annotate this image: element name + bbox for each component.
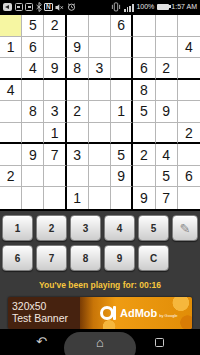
key-2[interactable]: 2 bbox=[36, 215, 67, 241]
widget-icon bbox=[25, 3, 33, 11]
vibrate-icon bbox=[111, 2, 121, 12]
sudoku-cell-r2c3[interactable] bbox=[44, 37, 66, 59]
sudoku-cell-r1c6[interactable]: 6 bbox=[111, 15, 133, 37]
sudoku-cell-r8c4[interactable] bbox=[67, 166, 89, 188]
sudoku-cell-r5c2[interactable]: 8 bbox=[22, 101, 44, 123]
sudoku-cell-r5c5[interactable] bbox=[89, 101, 111, 123]
sudoku-cell-r9c8[interactable]: 7 bbox=[156, 187, 178, 209]
sudoku-cell-r1c1[interactable] bbox=[0, 15, 22, 37]
sudoku-cell-r2c7[interactable] bbox=[133, 37, 155, 59]
key-1[interactable]: 1 bbox=[2, 215, 33, 241]
sudoku-cell-r6c6[interactable] bbox=[111, 123, 133, 145]
keypad-row-2: 6789C bbox=[0, 241, 200, 271]
sudoku-cell-r2c8[interactable] bbox=[156, 37, 178, 59]
sudoku-cell-r6c3[interactable]: 1 bbox=[44, 123, 66, 145]
sudoku-cell-r2c4[interactable]: 9 bbox=[67, 37, 89, 59]
sudoku-cell-r4c1[interactable]: 4 bbox=[0, 80, 22, 102]
nav-home-button[interactable]: ⌂ bbox=[64, 332, 136, 355]
sudoku-cell-r8c9[interactable]: 6 bbox=[178, 166, 200, 188]
phone-screen: N 100% 1:57 AM 5261694498362488321591297… bbox=[0, 0, 200, 355]
battery-icon bbox=[157, 4, 169, 11]
sudoku-cell-r7c7[interactable]: 2 bbox=[133, 144, 155, 166]
status-bar-right: 100% 1:57 AM bbox=[111, 0, 197, 14]
sudoku-cell-r3c9[interactable] bbox=[178, 58, 200, 80]
admob-by-google-text: by Google bbox=[159, 313, 177, 318]
sudoku-cell-r3c4[interactable]: 8 bbox=[67, 58, 89, 80]
sudoku-cell-r3c8[interactable]: 2 bbox=[156, 58, 178, 80]
sudoku-cell-r4c6[interactable] bbox=[111, 80, 133, 102]
sudoku-cell-r6c8[interactable] bbox=[156, 123, 178, 145]
control-panel: 12345✎ 6789C You've been playing for: 00… bbox=[0, 211, 200, 329]
key-C[interactable]: C bbox=[138, 245, 169, 271]
sudoku-cell-r7c2[interactable]: 9 bbox=[22, 144, 44, 166]
sudoku-cell-r4c2[interactable] bbox=[22, 80, 44, 102]
sudoku-cell-r7c3[interactable]: 7 bbox=[44, 144, 66, 166]
sudoku-cell-r6c4[interactable] bbox=[67, 123, 89, 145]
sudoku-cell-r4c5[interactable] bbox=[89, 80, 111, 102]
bluetooth-icon bbox=[36, 2, 42, 12]
sudoku-cell-r7c6[interactable]: 5 bbox=[111, 144, 133, 166]
sudoku-cell-r8c3[interactable] bbox=[44, 166, 66, 188]
sudoku-cell-r2c2[interactable]: 6 bbox=[22, 37, 44, 59]
key-6[interactable]: 6 bbox=[2, 245, 33, 271]
status-bar-left: N bbox=[3, 2, 76, 12]
sudoku-cell-r8c8[interactable]: 5 bbox=[156, 166, 178, 188]
sudoku-cell-r5c6[interactable]: 1 bbox=[111, 101, 133, 123]
key-7[interactable]: 7 bbox=[36, 245, 67, 271]
nav-back-button[interactable]: ↶ bbox=[36, 329, 47, 355]
key-4[interactable]: 4 bbox=[104, 215, 135, 241]
sudoku-cell-r3c7[interactable]: 6 bbox=[133, 58, 155, 80]
clock-text: 1:57 AM bbox=[171, 0, 197, 14]
ad-test-banner-label: 320x50 Test Banner bbox=[8, 297, 80, 329]
admob-brand-text: AdMob bbox=[120, 307, 157, 319]
back-notification-icon bbox=[3, 3, 12, 11]
sudoku-cell-r7c1[interactable] bbox=[0, 144, 22, 166]
nfc-icon: N bbox=[44, 3, 53, 12]
sudoku-cell-r9c1[interactable] bbox=[0, 187, 22, 209]
speaker-mute-icon bbox=[55, 3, 64, 12]
sudoku-cell-r6c2[interactable] bbox=[22, 123, 44, 145]
sudoku-cell-r6c9[interactable]: 2 bbox=[178, 123, 200, 145]
nav-recents-button[interactable] bbox=[155, 338, 164, 347]
sudoku-cell-r7c5[interactable] bbox=[89, 144, 111, 166]
sudoku-cell-r7c4[interactable]: 3 bbox=[67, 144, 89, 166]
sudoku-cell-r5c7[interactable]: 5 bbox=[133, 101, 155, 123]
sudoku-cell-r4c4[interactable] bbox=[67, 80, 89, 102]
sudoku-cell-r1c9[interactable] bbox=[178, 15, 200, 37]
battery-percent: 100% bbox=[136, 0, 154, 14]
signal-bars-icon bbox=[124, 3, 134, 12]
keypad-row-1: 12345✎ bbox=[0, 211, 200, 241]
sudoku-cell-r1c8[interactable] bbox=[156, 15, 178, 37]
sudoku-cell-r5c8[interactable]: 9 bbox=[156, 101, 178, 123]
sudoku-cell-r9c2[interactable] bbox=[22, 187, 44, 209]
home-icon: ⌂ bbox=[96, 332, 104, 355]
key-5[interactable]: 5 bbox=[138, 215, 169, 241]
sudoku-cell-r8c6[interactable]: 9 bbox=[111, 166, 133, 188]
admob-logo-icon bbox=[100, 306, 116, 320]
status-bar: N 100% 1:57 AM bbox=[0, 0, 200, 14]
ad-size-line: 320x50 bbox=[12, 300, 80, 312]
sudoku-cell-r6c5[interactable] bbox=[89, 123, 111, 145]
sudoku-cell-r4c8[interactable] bbox=[156, 80, 178, 102]
sudoku-cell-r8c1[interactable]: 2 bbox=[0, 166, 22, 188]
ad-brand-area: AdMob by Google bbox=[80, 297, 192, 329]
timer-text: You've been playing for: 00:16 bbox=[0, 280, 200, 290]
sudoku-cell-r8c5[interactable] bbox=[89, 166, 111, 188]
alarm-icon bbox=[67, 2, 76, 12]
sudoku-cell-r7c9[interactable] bbox=[178, 144, 200, 166]
pencil-button[interactable]: ✎ bbox=[172, 215, 198, 241]
sudoku-cell-r9c6[interactable] bbox=[111, 187, 133, 209]
sudoku-cell-r9c3[interactable] bbox=[44, 187, 66, 209]
sudoku-cell-r1c2[interactable]: 5 bbox=[22, 15, 44, 37]
sudoku-cell-r3c5[interactable]: 3 bbox=[89, 58, 111, 80]
sudoku-cell-r5c4[interactable]: 2 bbox=[67, 101, 89, 123]
sudoku-cell-r1c5[interactable] bbox=[89, 15, 111, 37]
sudoku-cell-r2c1[interactable]: 1 bbox=[0, 37, 22, 59]
sudoku-cell-r8c7[interactable] bbox=[133, 166, 155, 188]
sudoku-cell-r5c1[interactable] bbox=[0, 101, 22, 123]
sudoku-cell-r4c3[interactable] bbox=[44, 80, 66, 102]
navigation-bar: ↶ ⌂ bbox=[0, 329, 200, 355]
sudoku-cell-r2c9[interactable]: 4 bbox=[178, 37, 200, 59]
sudoku-cell-r1c3[interactable]: 2 bbox=[44, 15, 66, 37]
widget-icon bbox=[15, 3, 23, 11]
sudoku-cell-r9c9[interactable] bbox=[178, 187, 200, 209]
key-8[interactable]: 8 bbox=[70, 245, 101, 271]
key-9[interactable]: 9 bbox=[104, 245, 135, 271]
ad-name-line: Test Banner bbox=[12, 312, 80, 324]
sudoku-cell-r5c3[interactable]: 3 bbox=[44, 101, 66, 123]
sudoku-cell-r3c6[interactable] bbox=[111, 58, 133, 80]
sudoku-cell-r9c5[interactable] bbox=[89, 187, 111, 209]
sudoku-cell-r6c7[interactable] bbox=[133, 123, 155, 145]
sudoku-cell-r4c9[interactable] bbox=[178, 80, 200, 102]
sudoku-cell-r7c8[interactable]: 4 bbox=[156, 144, 178, 166]
sudoku-cell-r8c2[interactable] bbox=[22, 166, 44, 188]
sudoku-cell-r3c3[interactable]: 9 bbox=[44, 58, 66, 80]
sudoku-cell-r9c7[interactable]: 9 bbox=[133, 187, 155, 209]
sudoku-cell-r1c4[interactable] bbox=[67, 15, 89, 37]
sudoku-cell-r4c7[interactable]: 8 bbox=[133, 80, 155, 102]
sudoku-board: 526169449836248832159129735242956197 bbox=[0, 14, 200, 211]
sudoku-cell-r2c6[interactable] bbox=[111, 37, 133, 59]
sudoku-cell-r2c5[interactable] bbox=[89, 37, 111, 59]
sudoku-cell-r3c1[interactable] bbox=[0, 58, 22, 80]
sudoku-cell-r6c1[interactable] bbox=[0, 123, 22, 145]
sudoku-cell-r3c2[interactable]: 4 bbox=[22, 58, 44, 80]
ad-banner[interactable]: 320x50 Test Banner AdMob by Google bbox=[8, 297, 192, 329]
sudoku-cell-r9c4[interactable]: 1 bbox=[67, 187, 89, 209]
key-3[interactable]: 3 bbox=[70, 215, 101, 241]
sudoku-cell-r5c9[interactable] bbox=[178, 101, 200, 123]
sudoku-cell-r1c7[interactable] bbox=[133, 15, 155, 37]
